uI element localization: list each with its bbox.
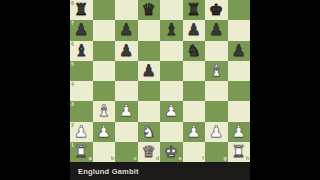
piece-black-pawn[interactable]: ♟ (232, 42, 246, 58)
square-d5[interactable]: ♟ (138, 61, 161, 81)
square-a5[interactable]: 5 (70, 61, 93, 81)
letterbox-left (0, 0, 70, 180)
piece-white-pawn[interactable]: ♟ (232, 123, 246, 139)
square-f6[interactable]: ♞ (183, 41, 206, 61)
rank-label: 4 (71, 82, 74, 87)
square-h4[interactable] (228, 81, 251, 101)
square-f1[interactable]: f (183, 142, 206, 162)
piece-black-pawn[interactable]: ♟ (187, 22, 201, 38)
rank-label: 3 (71, 102, 74, 107)
piece-black-bishop[interactable]: ♝ (164, 22, 178, 38)
square-a2[interactable]: 2♟ (70, 122, 93, 142)
square-a6[interactable]: 6♝ (70, 41, 93, 61)
square-g8[interactable]: ♚ (205, 0, 228, 20)
square-g1[interactable]: g (205, 142, 228, 162)
square-g7[interactable]: ♟ (205, 20, 228, 40)
square-g2[interactable]: ♟ (205, 122, 228, 142)
square-b8[interactable] (93, 0, 116, 20)
square-c1[interactable]: c (115, 142, 138, 162)
square-e3[interactable]: ♟ (160, 101, 183, 121)
square-g6[interactable] (205, 41, 228, 61)
piece-black-pawn[interactable]: ♟ (119, 42, 133, 58)
piece-black-bishop[interactable]: ♝ (74, 42, 88, 58)
file-label: b (111, 156, 114, 161)
piece-black-knight[interactable]: ♞ (187, 42, 201, 58)
piece-black-pawn[interactable]: ♟ (209, 22, 223, 38)
file-label: g (223, 156, 226, 161)
square-e7[interactable]: ♝ (160, 20, 183, 40)
piece-white-pawn[interactable]: ♟ (187, 123, 201, 139)
square-c4[interactable] (115, 81, 138, 101)
piece-black-pawn[interactable]: ♟ (74, 22, 88, 38)
square-h8[interactable] (228, 0, 251, 20)
square-a8[interactable]: 8♜ (70, 0, 93, 20)
piece-black-pawn[interactable]: ♟ (142, 62, 156, 78)
square-d1[interactable]: d♛ (138, 142, 161, 162)
piece-white-king[interactable]: ♚ (164, 143, 178, 159)
square-e6[interactable] (160, 41, 183, 61)
square-h5[interactable] (228, 61, 251, 81)
square-c7[interactable]: ♟ (115, 20, 138, 40)
square-a7[interactable]: 7♟ (70, 20, 93, 40)
piece-white-pawn[interactable]: ♟ (97, 123, 111, 139)
square-d4[interactable] (138, 81, 161, 101)
piece-black-queen[interactable]: ♛ (142, 2, 156, 18)
piece-black-rook[interactable]: ♜ (187, 2, 201, 18)
piece-white-knight[interactable]: ♞ (142, 123, 156, 139)
square-c2[interactable] (115, 122, 138, 142)
rank-label: 5 (71, 62, 74, 67)
square-f8[interactable]: ♜ (183, 0, 206, 20)
square-h1[interactable]: h♜ (228, 142, 251, 162)
square-g3[interactable] (205, 101, 228, 121)
video-caption-bar: Englund Gambit (70, 162, 250, 180)
square-a1[interactable]: 1a♜ (70, 142, 93, 162)
piece-white-bishop[interactable]: ♝ (209, 62, 223, 78)
opening-name-label: Englund Gambit (78, 167, 139, 176)
square-b2[interactable]: ♟ (93, 122, 116, 142)
square-d8[interactable]: ♛ (138, 0, 161, 20)
file-label: f (202, 156, 204, 161)
square-b3[interactable]: ♝ (93, 101, 116, 121)
square-b1[interactable]: b (93, 142, 116, 162)
square-g5[interactable]: ♝ (205, 61, 228, 81)
square-h3[interactable] (228, 101, 251, 121)
square-e8[interactable] (160, 0, 183, 20)
square-f5[interactable] (183, 61, 206, 81)
square-f4[interactable] (183, 81, 206, 101)
piece-white-rook[interactable]: ♜ (74, 143, 88, 159)
square-h6[interactable]: ♟ (228, 41, 251, 61)
piece-black-rook[interactable]: ♜ (74, 2, 88, 18)
piece-black-king[interactable]: ♚ (209, 2, 223, 18)
square-d2[interactable]: ♞ (138, 122, 161, 142)
square-d7[interactable] (138, 20, 161, 40)
square-b6[interactable] (93, 41, 116, 61)
square-c5[interactable] (115, 61, 138, 81)
square-e4[interactable] (160, 81, 183, 101)
letterbox-right (250, 0, 320, 180)
square-g4[interactable] (205, 81, 228, 101)
file-label: d (156, 156, 159, 161)
file-label: h (246, 156, 249, 161)
piece-white-pawn[interactable]: ♟ (74, 123, 88, 139)
square-b7[interactable] (93, 20, 116, 40)
square-e1[interactable]: e♚ (160, 142, 183, 162)
square-b5[interactable] (93, 61, 116, 81)
piece-white-pawn[interactable]: ♟ (164, 103, 178, 119)
piece-white-bishop[interactable]: ♝ (97, 103, 111, 119)
square-h7[interactable] (228, 20, 251, 40)
square-f7[interactable]: ♟ (183, 20, 206, 40)
piece-white-queen[interactable]: ♛ (142, 143, 156, 159)
chess-board[interactable]: 8♜♛♜♚7♟♟♝♟♟6♝♟♞♟5♟♝43♝♟♟2♟♟♞♟♟♟1a♜bcd♛e♚… (70, 0, 250, 162)
square-c8[interactable] (115, 0, 138, 20)
square-d3[interactable] (138, 101, 161, 121)
video-frame: 8♜♛♜♚7♟♟♝♟♟6♝♟♞♟5♟♝43♝♟♟2♟♟♞♟♟♟1a♜bcd♛e♚… (0, 0, 320, 180)
piece-white-rook[interactable]: ♜ (232, 143, 246, 159)
file-label: e (179, 156, 182, 161)
square-h2[interactable]: ♟ (228, 122, 251, 142)
square-e5[interactable] (160, 61, 183, 81)
square-c3[interactable]: ♟ (115, 101, 138, 121)
piece-white-pawn[interactable]: ♟ (119, 103, 133, 119)
file-label: c (134, 156, 137, 161)
square-f3[interactable] (183, 101, 206, 121)
square-c6[interactable]: ♟ (115, 41, 138, 61)
piece-black-pawn[interactable]: ♟ (119, 22, 133, 38)
square-e2[interactable] (160, 122, 183, 142)
square-b4[interactable] (93, 81, 116, 101)
square-d6[interactable] (138, 41, 161, 61)
file-label: a (89, 156, 92, 161)
square-f2[interactable]: ♟ (183, 122, 206, 142)
video-area: 8♜♛♜♚7♟♟♝♟♟6♝♟♞♟5♟♝43♝♟♟2♟♟♞♟♟♟1a♜bcd♛e♚… (70, 0, 250, 180)
square-a3[interactable]: 3 (70, 101, 93, 121)
square-a4[interactable]: 4 (70, 81, 93, 101)
piece-white-pawn[interactable]: ♟ (209, 123, 223, 139)
